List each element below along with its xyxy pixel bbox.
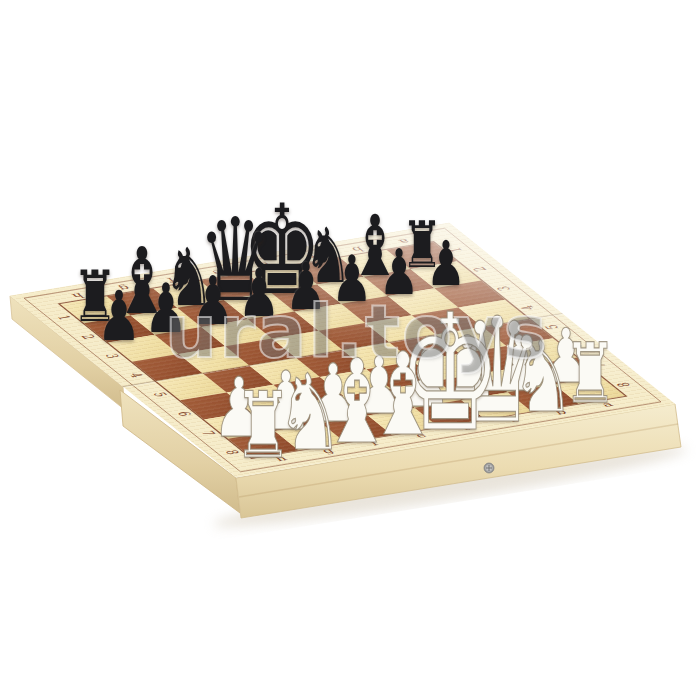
watermark: ural.toys (165, 289, 549, 374)
product-photo-stage: hhggffeeddccbbaa1122334455667788 ♜♝♞♛♚♞♝… (0, 0, 700, 700)
